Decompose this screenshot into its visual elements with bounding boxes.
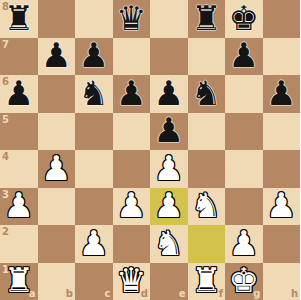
square-b4[interactable]: ♟ (38, 150, 76, 188)
black-pawn[interactable]: ♟ (154, 76, 184, 110)
square-g3[interactable] (225, 188, 263, 226)
square-a8[interactable]: 8♜ (0, 0, 38, 38)
black-rook[interactable]: ♜ (191, 1, 221, 35)
square-a3[interactable]: 3♟ (0, 188, 38, 226)
white-pawn[interactable]: ♟ (116, 188, 146, 222)
square-b6[interactable] (38, 75, 76, 113)
square-h7[interactable] (263, 38, 301, 76)
square-e2[interactable]: ♞ (150, 225, 188, 263)
white-pawn[interactable]: ♟ (154, 188, 184, 222)
square-b2[interactable] (38, 225, 76, 263)
square-b8[interactable] (38, 0, 76, 38)
square-h8[interactable] (263, 0, 301, 38)
square-d5[interactable] (113, 113, 151, 151)
square-g5[interactable] (225, 113, 263, 151)
white-queen[interactable]: ♛ (116, 263, 146, 297)
square-d6[interactable]: ♟ (113, 75, 151, 113)
square-d2[interactable] (113, 225, 151, 263)
square-b1[interactable]: b (38, 263, 76, 300)
square-e6[interactable]: ♟ (150, 75, 188, 113)
white-pawn[interactable]: ♟ (41, 151, 71, 185)
square-d1[interactable]: d♛ (113, 263, 151, 300)
file-label-c: c (105, 289, 111, 299)
square-a2[interactable]: 2 (0, 225, 38, 263)
square-a5[interactable]: 5 (0, 113, 38, 151)
square-g4[interactable] (225, 150, 263, 188)
black-pawn[interactable]: ♟ (116, 76, 146, 110)
square-e7[interactable] (150, 38, 188, 76)
white-rook[interactable]: ♜ (191, 263, 221, 297)
square-c2[interactable]: ♟ (75, 225, 113, 263)
square-d8[interactable]: ♛ (113, 0, 151, 38)
chess-board: 8♜♛♜♚7♟♟♟6♟♞♟♟♞♟5♟4♟♟3♟♟♟♞♟2♟♞♟1a♜bcd♛ef… (0, 0, 300, 300)
square-g2[interactable]: ♟ (225, 225, 263, 263)
white-rook[interactable]: ♜ (4, 263, 34, 297)
black-pawn[interactable]: ♟ (79, 38, 109, 72)
square-a1[interactable]: 1a♜ (0, 263, 38, 300)
square-d7[interactable] (113, 38, 151, 76)
black-pawn[interactable]: ♟ (229, 38, 259, 72)
square-b5[interactable] (38, 113, 76, 151)
square-f6[interactable]: ♞ (188, 75, 226, 113)
white-pawn[interactable]: ♟ (229, 226, 259, 260)
square-e4[interactable]: ♟ (150, 150, 188, 188)
black-pawn[interactable]: ♟ (4, 76, 34, 110)
square-c6[interactable]: ♞ (75, 75, 113, 113)
square-d4[interactable] (113, 150, 151, 188)
file-label-b: b (66, 289, 73, 299)
square-a7[interactable]: 7 (0, 38, 38, 76)
black-king[interactable]: ♚ (229, 1, 259, 35)
white-pawn[interactable]: ♟ (79, 226, 109, 260)
square-f5[interactable] (188, 113, 226, 151)
white-pawn[interactable]: ♟ (154, 151, 184, 185)
rank-label-4: 4 (2, 152, 9, 162)
square-a4[interactable]: 4 (0, 150, 38, 188)
white-knight[interactable]: ♞ (154, 226, 184, 260)
black-queen[interactable]: ♛ (116, 1, 146, 35)
square-g6[interactable] (225, 75, 263, 113)
square-c3[interactable] (75, 188, 113, 226)
file-label-e: e (179, 289, 186, 299)
white-knight[interactable]: ♞ (191, 188, 221, 222)
square-h2[interactable] (263, 225, 301, 263)
square-h1[interactable]: h (263, 263, 301, 300)
black-pawn[interactable]: ♟ (154, 113, 184, 147)
square-f1[interactable]: f♜ (188, 263, 226, 300)
square-f2[interactable] (188, 225, 226, 263)
square-a6[interactable]: 6♟ (0, 75, 38, 113)
square-e1[interactable]: e (150, 263, 188, 300)
black-rook[interactable]: ♜ (4, 1, 34, 35)
square-f4[interactable] (188, 150, 226, 188)
square-h4[interactable] (263, 150, 301, 188)
square-c7[interactable]: ♟ (75, 38, 113, 76)
square-e8[interactable] (150, 0, 188, 38)
square-h3[interactable]: ♟ (263, 188, 301, 226)
black-pawn[interactable]: ♟ (41, 38, 71, 72)
square-f7[interactable] (188, 38, 226, 76)
square-d3[interactable]: ♟ (113, 188, 151, 226)
square-c8[interactable] (75, 0, 113, 38)
square-e5[interactable]: ♟ (150, 113, 188, 151)
white-king[interactable]: ♚ (229, 263, 259, 297)
square-c5[interactable] (75, 113, 113, 151)
black-knight[interactable]: ♞ (79, 76, 109, 110)
square-g1[interactable]: g♚ (225, 263, 263, 300)
rank-label-7: 7 (2, 40, 9, 50)
white-pawn[interactable]: ♟ (4, 188, 34, 222)
square-h6[interactable]: ♟ (263, 75, 301, 113)
square-f3[interactable]: ♞ (188, 188, 226, 226)
black-pawn[interactable]: ♟ (266, 76, 296, 110)
square-c1[interactable]: c (75, 263, 113, 300)
square-g8[interactable]: ♚ (225, 0, 263, 38)
rank-label-2: 2 (2, 227, 9, 237)
square-b7[interactable]: ♟ (38, 38, 76, 76)
square-b3[interactable] (38, 188, 76, 226)
square-c4[interactable] (75, 150, 113, 188)
square-e3[interactable]: ♟ (150, 188, 188, 226)
white-pawn[interactable]: ♟ (266, 188, 296, 222)
rank-label-5: 5 (2, 115, 9, 125)
square-f8[interactable]: ♜ (188, 0, 226, 38)
square-h5[interactable] (263, 113, 301, 151)
square-g7[interactable]: ♟ (225, 38, 263, 76)
black-knight[interactable]: ♞ (191, 76, 221, 110)
file-label-h: h (291, 289, 298, 299)
